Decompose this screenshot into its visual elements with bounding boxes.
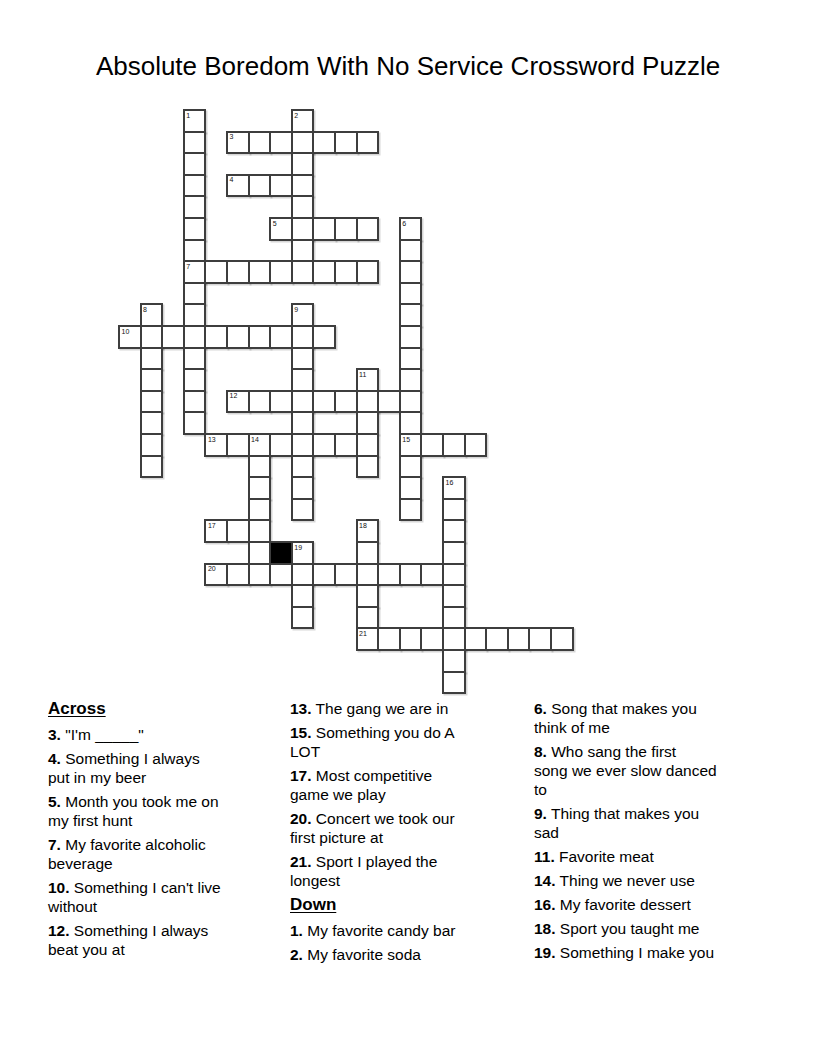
grid-cell[interactable] (442, 671, 466, 695)
grid-cell[interactable] (226, 433, 250, 457)
grid-cell[interactable]: 8 (140, 303, 164, 327)
grid-cell[interactable] (356, 411, 380, 435)
grid-cell[interactable] (291, 347, 315, 371)
clue-across-17: 17. Most competitivegame we play (290, 766, 526, 804)
grid-cell[interactable] (291, 476, 315, 500)
page-title: Absolute Boredom With No Service Crosswo… (0, 51, 816, 82)
grid-cell[interactable] (248, 498, 272, 522)
grid-cell[interactable] (399, 476, 423, 500)
grid-cell[interactable] (183, 239, 207, 263)
clue-down-16: 16. My favorite dessert (534, 895, 788, 914)
grid-cell[interactable] (312, 390, 336, 414)
grid-cell[interactable] (399, 411, 423, 435)
clue-across-21: 21. Sport I played thelongest (290, 852, 526, 890)
grid-cell[interactable] (464, 627, 488, 651)
grid-cell[interactable]: 1 (183, 109, 207, 133)
clue-number: 17. (290, 767, 312, 784)
grid-cell[interactable]: 2 (291, 109, 315, 133)
clue-down-9: 9. Thing that makes yousad (534, 804, 788, 842)
grid-cell[interactable] (248, 455, 272, 479)
clue-down-6: 6. Song that makes youthink of me (534, 699, 788, 737)
grid-cell[interactable] (140, 411, 164, 435)
grid-cell[interactable] (399, 325, 423, 349)
clue-down-14: 14. Thing we never use (534, 871, 788, 890)
grid-cell[interactable] (291, 131, 315, 155)
grid-cell[interactable] (399, 563, 423, 587)
grid-cell[interactable]: 9 (291, 303, 315, 327)
grid-cell[interactable] (334, 390, 358, 414)
grid-cell[interactable]: 11 (356, 368, 380, 392)
cell-number: 18 (359, 522, 367, 530)
grid-cell[interactable] (399, 390, 423, 414)
grid-cell[interactable] (550, 627, 574, 651)
grid-cell[interactable]: 18 (356, 519, 380, 543)
grid-cell[interactable] (183, 368, 207, 392)
grid-cell[interactable] (377, 627, 401, 651)
clue-number: 10. (48, 879, 70, 896)
black-cell (269, 541, 293, 565)
clue-number: 6. (534, 700, 547, 717)
grid-cell[interactable] (269, 563, 293, 587)
grid-cell[interactable] (399, 368, 423, 392)
clue-number: 1. (290, 922, 303, 939)
grid-cell[interactable]: 5 (269, 217, 293, 241)
grid-cell[interactable] (356, 584, 380, 608)
grid-cell[interactable] (334, 260, 358, 284)
grid-cell[interactable] (291, 368, 315, 392)
grid-cell[interactable] (291, 411, 315, 435)
clue-across-5: 5. Month you took me onmy first hunt (48, 792, 276, 830)
grid-cell[interactable]: 16 (442, 476, 466, 500)
grid-cell[interactable] (183, 131, 207, 155)
clue-column-1: Across 3. "I'm _____"4. Something I alwa… (48, 699, 276, 964)
clue-list: Across 3. "I'm _____"4. Something I alwa… (48, 699, 788, 999)
cell-number: 13 (208, 436, 216, 444)
across-heading: Across (48, 699, 276, 719)
clue-number: 5. (48, 793, 61, 810)
grid-cell[interactable] (464, 433, 488, 457)
grid-cell[interactable] (420, 563, 444, 587)
grid-cell[interactable] (226, 519, 250, 543)
clue-number: 18. (534, 920, 556, 937)
grid-cell[interactable] (399, 347, 423, 371)
clue-across-4: 4. Something I alwaysput in my beer (48, 749, 276, 787)
grid-cell[interactable] (442, 498, 466, 522)
grid-cell[interactable] (334, 131, 358, 155)
grid-cell[interactable] (226, 325, 250, 349)
grid-cell[interactable] (269, 325, 293, 349)
grid-cell[interactable]: 20 (204, 563, 228, 587)
cell-number: 14 (251, 436, 259, 444)
grid-cell[interactable] (356, 433, 380, 457)
grid-cell[interactable] (312, 131, 336, 155)
grid-cell[interactable] (442, 627, 466, 651)
grid-cell[interactable] (442, 563, 466, 587)
grid-cell[interactable] (140, 455, 164, 479)
clue-number: 14. (534, 872, 556, 889)
cell-number: 5 (273, 220, 277, 228)
grid-cell[interactable] (183, 195, 207, 219)
grid-cell[interactable] (312, 325, 336, 349)
clue-down-11: 11. Favorite meat (534, 847, 788, 866)
cell-number: 17 (208, 522, 216, 530)
crossword-grid: 123456789101112131415161718192021 (118, 109, 574, 695)
grid-cell[interactable] (442, 433, 466, 457)
grid-cell[interactable] (291, 455, 315, 479)
grid-cell[interactable] (356, 541, 380, 565)
grid-cell[interactable] (248, 476, 272, 500)
grid-cell[interactable] (356, 606, 380, 630)
clue-down-18: 18. Sport you taught me (534, 919, 788, 938)
clue-number: 19. (534, 944, 556, 961)
cell-number: 12 (230, 392, 238, 400)
cell-number: 11 (359, 371, 366, 379)
grid-cell[interactable] (356, 260, 380, 284)
grid-cell[interactable] (183, 174, 207, 198)
grid-cell[interactable] (291, 584, 315, 608)
grid-cell[interactable] (183, 390, 207, 414)
cell-number: 20 (208, 565, 216, 573)
cell-number: 3 (230, 133, 234, 141)
grid-cell[interactable] (442, 649, 466, 673)
clue-down-2: 2. My favorite soda (290, 945, 526, 964)
grid-cell[interactable] (291, 239, 315, 263)
grid-cell[interactable] (248, 563, 272, 587)
clue-number: 8. (534, 743, 547, 760)
grid-cell[interactable] (528, 627, 552, 651)
grid-cell[interactable] (140, 433, 164, 457)
grid-cell[interactable] (312, 217, 336, 241)
grid-cell[interactable] (291, 433, 315, 457)
cell-number: 4 (230, 176, 234, 184)
grid-cell[interactable] (269, 174, 293, 198)
clue-across-7: 7. My favorite alcoholicbeverage (48, 835, 276, 873)
grid-cell[interactable] (420, 433, 444, 457)
cell-number: 21 (359, 630, 367, 638)
grid-cell[interactable]: 4 (226, 174, 250, 198)
grid-cell[interactable] (291, 217, 315, 241)
grid-cell[interactable] (485, 627, 509, 651)
cell-number: 15 (402, 436, 410, 444)
grid-cell[interactable] (312, 260, 336, 284)
clue-number: 2. (290, 946, 303, 963)
grid-cell[interactable] (161, 325, 185, 349)
clue-number: 4. (48, 750, 61, 767)
grid-cell[interactable] (399, 282, 423, 306)
grid-cell[interactable] (399, 627, 423, 651)
clue-column-2: 13. The gang we are in15. Something you … (290, 699, 526, 969)
grid-cell[interactable] (269, 260, 293, 284)
grid-cell[interactable] (442, 584, 466, 608)
grid-cell[interactable] (356, 217, 380, 241)
clue-across-12: 12. Something I alwaysbeat you at (48, 921, 276, 959)
clue-across-10: 10. Something I can't livewithout (48, 878, 276, 916)
grid-cell[interactable] (140, 325, 164, 349)
grid-cell[interactable] (291, 260, 315, 284)
grid-cell[interactable] (248, 131, 272, 155)
grid-cell[interactable]: 6 (399, 217, 423, 241)
grid-cell[interactable] (442, 606, 466, 630)
grid-cell[interactable] (183, 303, 207, 327)
grid-cell[interactable] (183, 217, 207, 241)
clue-number: 3. (48, 726, 61, 743)
grid-cell[interactable] (269, 433, 293, 457)
clue-number: 15. (290, 724, 312, 741)
grid-cell[interactable] (248, 260, 272, 284)
grid-cell[interactable] (399, 260, 423, 284)
clue-number: 7. (48, 836, 61, 853)
clue-down-19: 19. Something I make you (534, 943, 788, 962)
grid-cell[interactable]: 7 (183, 260, 207, 284)
grid-cell[interactable] (291, 606, 315, 630)
grid-cell[interactable] (183, 282, 207, 306)
grid-cell[interactable] (248, 541, 272, 565)
grid-cell[interactable]: 19 (291, 541, 315, 565)
grid-cell[interactable] (334, 563, 358, 587)
cell-number: 10 (122, 328, 130, 336)
cell-number: 16 (446, 479, 454, 487)
grid-cell[interactable] (269, 390, 293, 414)
grid-cell[interactable] (183, 152, 207, 176)
cell-number: 7 (186, 263, 190, 271)
grid-cell[interactable] (291, 152, 315, 176)
grid-cell[interactable] (291, 325, 315, 349)
crossword-page: Absolute Boredom With No Service Crosswo… (0, 0, 816, 1056)
grid-cell[interactable] (399, 455, 423, 479)
grid-cell[interactable]: 10 (118, 325, 142, 349)
grid-cell[interactable] (442, 519, 466, 543)
grid-cell[interactable] (399, 303, 423, 327)
grid-cell[interactable] (291, 563, 315, 587)
grid-cell[interactable] (399, 239, 423, 263)
clue-number: 12. (48, 922, 70, 939)
grid-cell[interactable] (356, 131, 380, 155)
clue-number: 9. (534, 805, 547, 822)
grid-cell[interactable] (356, 455, 380, 479)
clue-across-3: 3. "I'm _____" (48, 725, 276, 744)
clue-across-13: 13. The gang we are in (290, 699, 526, 718)
grid-cell[interactable] (204, 325, 228, 349)
grid-cell[interactable]: 21 (356, 627, 380, 651)
clue-number: 16. (534, 896, 556, 913)
grid-cell[interactable] (291, 390, 315, 414)
grid-cell[interactable] (334, 433, 358, 457)
down-heading: Down (290, 895, 526, 915)
clue-down-8: 8. Who sang the firstsong we ever slow d… (534, 742, 788, 799)
clue-number: 11. (534, 848, 555, 865)
grid-cell[interactable] (140, 390, 164, 414)
grid-cell[interactable] (248, 390, 272, 414)
clue-across-15: 15. Something you do ALOT (290, 723, 526, 761)
grid-cell[interactable] (356, 563, 380, 587)
clue-number: 21. (290, 853, 312, 870)
grid-cell[interactable] (140, 347, 164, 371)
grid-cell[interactable] (183, 325, 207, 349)
grid-cell[interactable]: 12 (226, 390, 250, 414)
cell-number: 6 (402, 220, 406, 228)
grid-cell[interactable]: 15 (399, 433, 423, 457)
grid-cell[interactable] (183, 411, 207, 435)
cell-number: 9 (294, 306, 298, 314)
grid-cell[interactable]: 13 (204, 433, 228, 457)
grid-cell[interactable] (291, 174, 315, 198)
grid-cell[interactable] (204, 260, 228, 284)
clue-column-3: 6. Song that makes youthink of me8. Who … (534, 699, 788, 967)
clue-number: 20. (290, 810, 312, 827)
grid-cell[interactable]: 3 (226, 131, 250, 155)
grid-cell[interactable] (442, 541, 466, 565)
cell-number: 19 (294, 544, 302, 552)
grid-cell[interactable] (420, 627, 444, 651)
grid-cell[interactable] (248, 519, 272, 543)
grid-cell[interactable] (334, 217, 358, 241)
clue-down-1: 1. My favorite candy bar (290, 921, 526, 940)
grid-cell[interactable] (269, 131, 293, 155)
grid-cell[interactable] (507, 627, 531, 651)
grid-cell[interactable] (248, 174, 272, 198)
grid-cell[interactable] (248, 325, 272, 349)
cell-number: 2 (294, 112, 298, 120)
grid-cell[interactable] (226, 563, 250, 587)
grid-cell[interactable] (291, 498, 315, 522)
clue-across-20: 20. Concert we took ourfirst picture at (290, 809, 526, 847)
cell-number: 1 (186, 112, 190, 120)
clue-number: 13. (290, 700, 312, 717)
grid-cell[interactable] (377, 563, 401, 587)
grid-cell[interactable] (140, 368, 164, 392)
grid-cell[interactable] (291, 195, 315, 219)
grid-cell[interactable]: 17 (204, 519, 228, 543)
grid-cell[interactable] (183, 347, 207, 371)
grid-cell[interactable] (356, 390, 380, 414)
grid-cell[interactable] (377, 390, 401, 414)
grid-cell[interactable] (226, 260, 250, 284)
grid-cell[interactable] (399, 498, 423, 522)
grid-cell[interactable]: 14 (248, 433, 272, 457)
grid-cell[interactable] (312, 563, 336, 587)
grid-cell[interactable] (312, 433, 336, 457)
cell-number: 8 (143, 306, 147, 314)
